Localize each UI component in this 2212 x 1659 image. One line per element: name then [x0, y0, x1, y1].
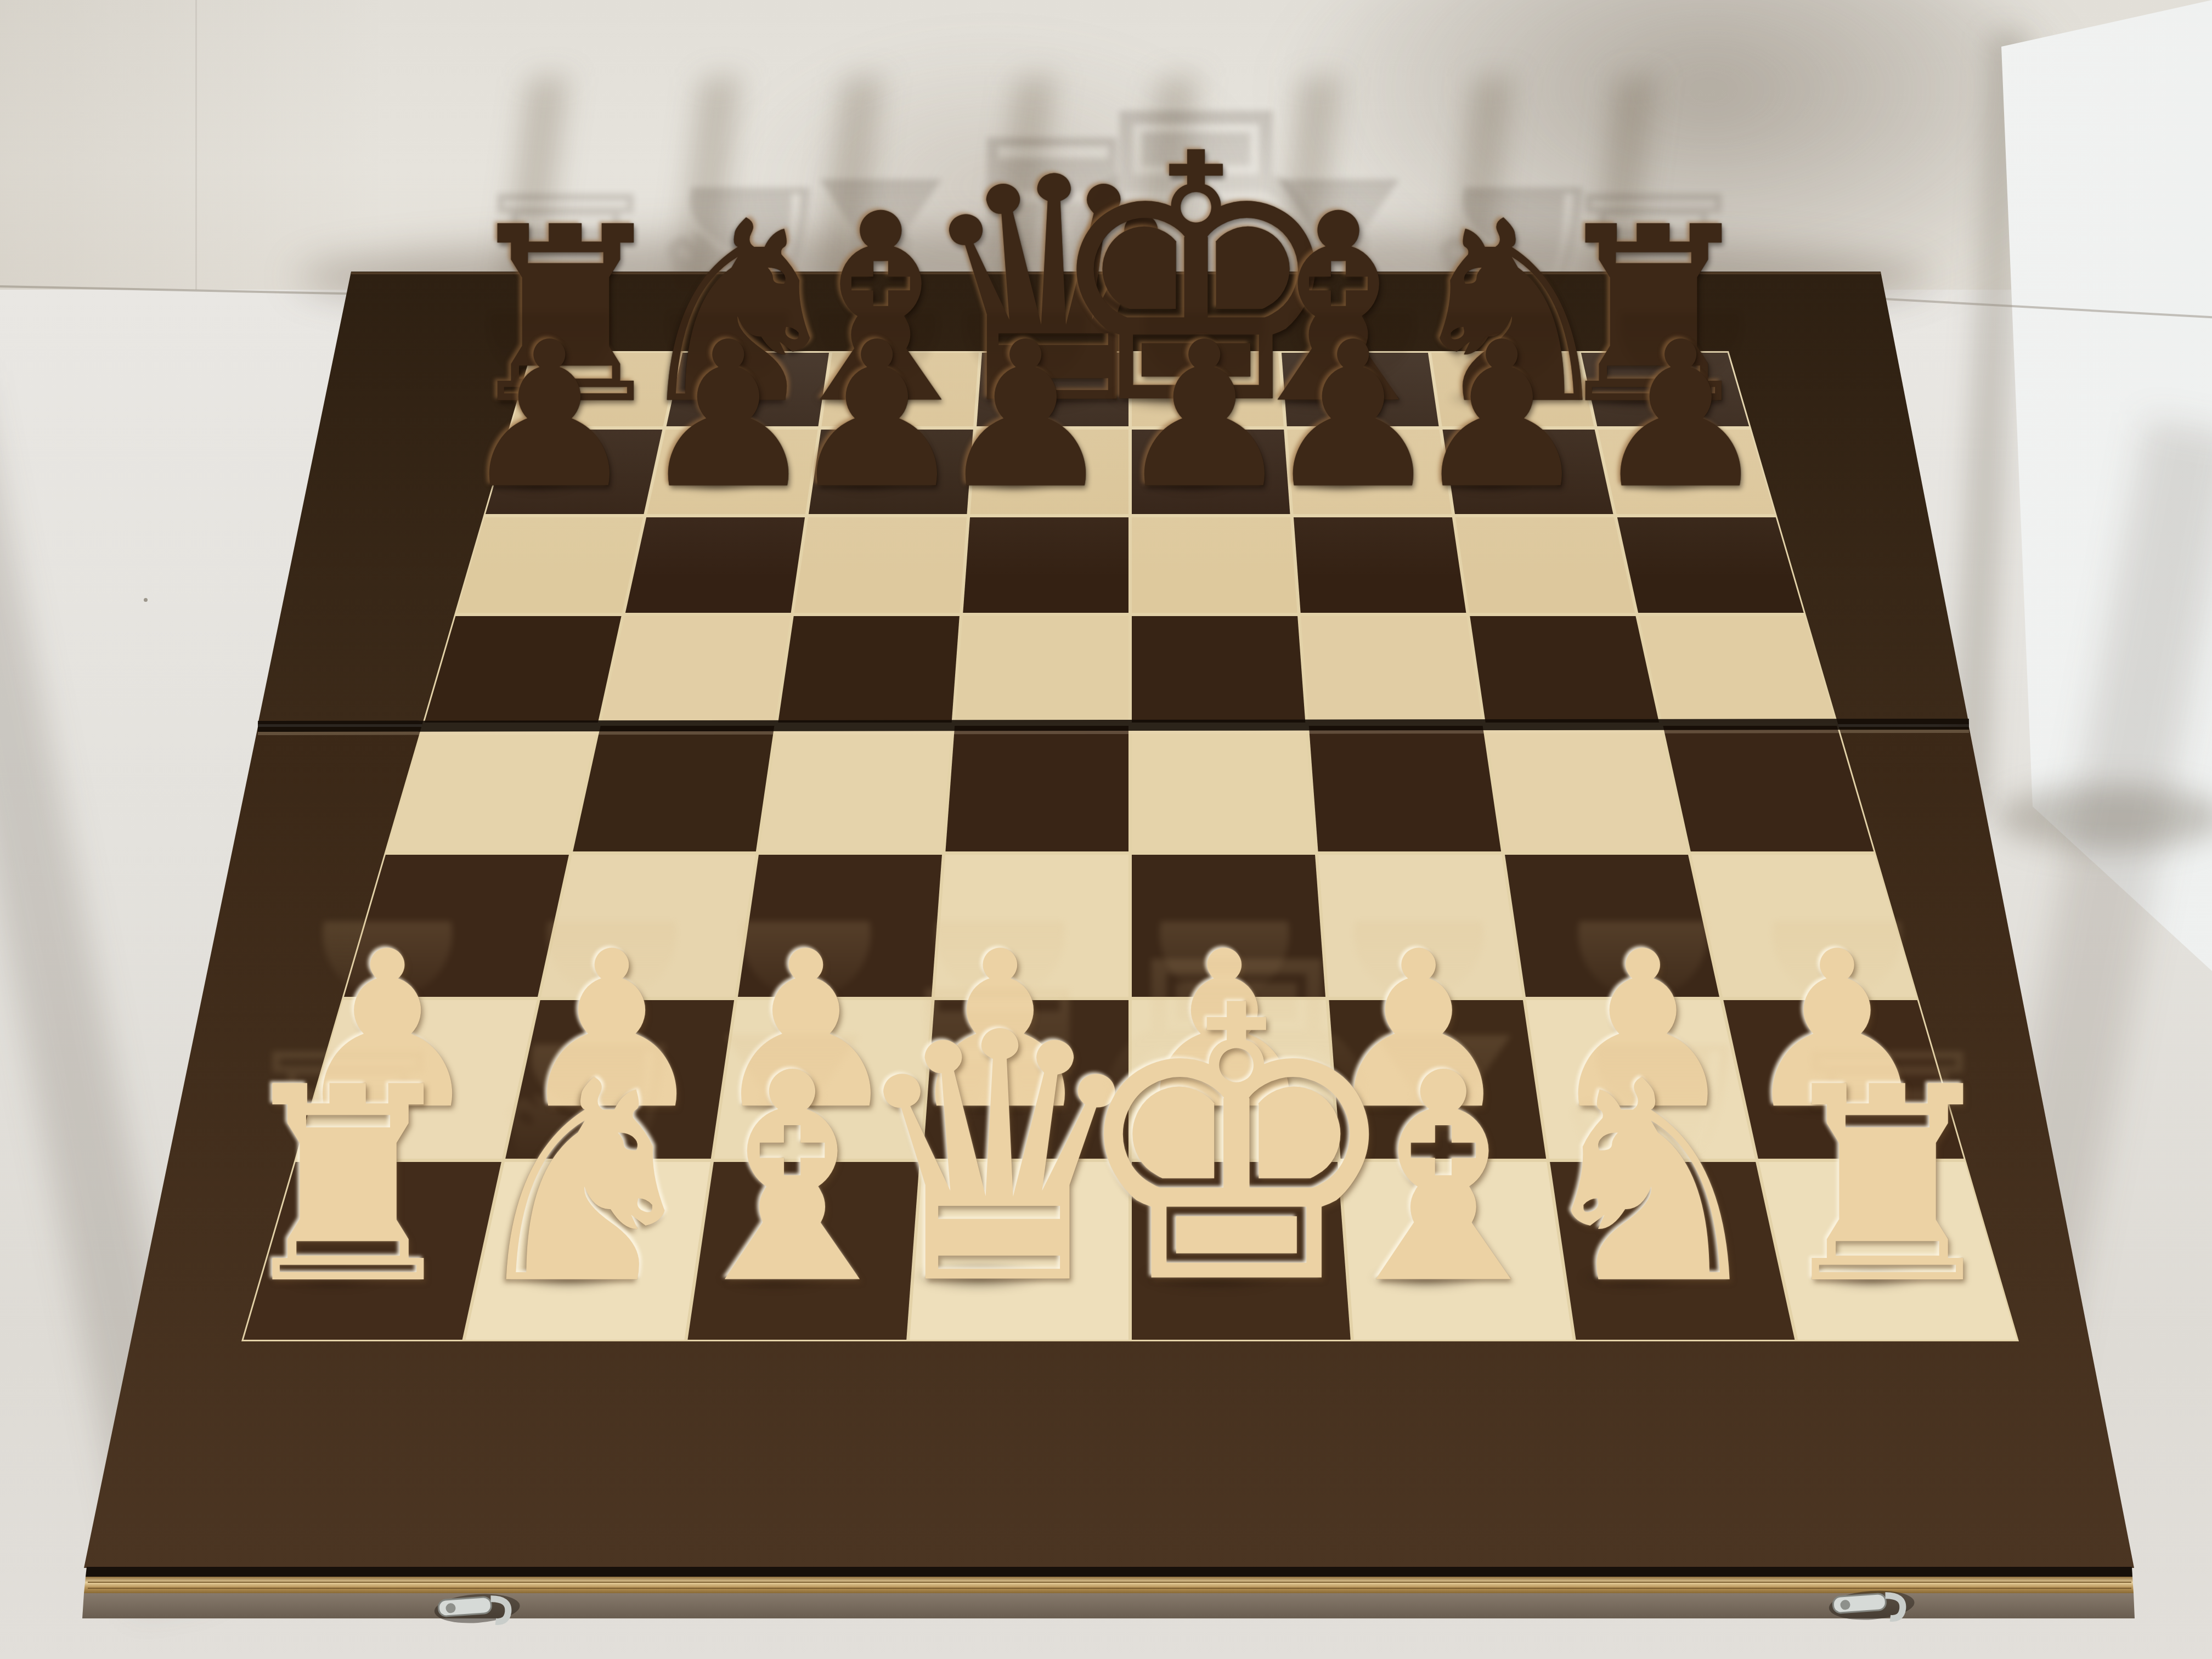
piece-black-pawn-a7[interactable]: ♟ [460, 315, 640, 516]
pieces-layer: ♜♜♞♞♝♝♛♛♚♚♝♝♞♞♜♜♟♟♟♟♟♟♟♟♟♟♟♟♟♟♟♟♟♟♟♟♟♟♟♟… [0, 0, 2212, 1659]
piece-white-rook-h1[interactable]: ♜ [1767, 1052, 2008, 1321]
piece-white-rook-a1[interactable]: ♜ [228, 1052, 469, 1321]
piece-white-knight-g1[interactable]: ♞ [1526, 1045, 1775, 1322]
piece-black-pawn-g7[interactable]: ♟ [1412, 315, 1592, 516]
piece-black-pawn-d7[interactable]: ♟ [935, 315, 1115, 516]
piece-black-pawn-h7[interactable]: ♟ [1590, 315, 1770, 516]
